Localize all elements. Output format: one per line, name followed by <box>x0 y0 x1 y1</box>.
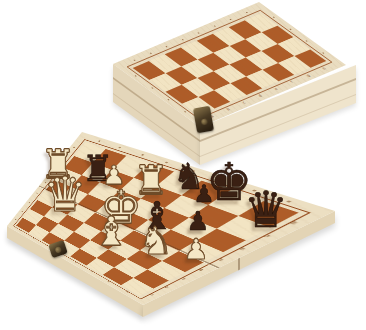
piece-white-pawn-h5[interactable]: ♟ <box>183 236 208 264</box>
rank-label: 6 <box>237 247 246 251</box>
border-dot <box>151 87 153 88</box>
border-dot <box>245 12 247 13</box>
border-dot <box>149 53 151 54</box>
piece-black-queen-h8[interactable]: ♛ <box>244 185 289 235</box>
file-label: a <box>19 230 22 233</box>
border-dot <box>306 40 308 41</box>
piece-white-queen-b4[interactable]: ♛ <box>43 170 86 218</box>
rank-label: 3 <box>179 277 186 280</box>
file-label: g <box>107 280 112 283</box>
lid-file-label: h <box>321 67 327 71</box>
border-dot <box>98 140 101 142</box>
border-dot <box>165 46 167 47</box>
border-dot <box>133 59 135 60</box>
border-dot <box>273 17 275 18</box>
border-dot <box>135 75 137 76</box>
file-label: b <box>32 237 35 240</box>
piece-white-knight-g4[interactable]: ♞ <box>139 222 173 260</box>
border-dot <box>119 147 122 149</box>
chess-set-scene: abcdefgh abcdefgh87654321 ♜♟♜♛♚♝♞♟♜♞♚♟♝♟… <box>0 0 366 330</box>
lid-file-label: d <box>257 94 263 98</box>
lid-file-label: f <box>290 81 295 84</box>
lid-file-label: g <box>305 74 311 78</box>
border-dot <box>141 154 144 156</box>
rank-label: 5 <box>216 258 224 262</box>
lid-file-label: c <box>242 101 247 104</box>
piece-white-bishop-e3[interactable]: ♝ <box>93 211 129 251</box>
lid-file-label: b <box>225 108 231 112</box>
border-dot <box>181 39 183 40</box>
border-dot <box>322 52 324 53</box>
border-dot <box>213 25 215 26</box>
rank-label: 1 <box>148 293 154 296</box>
border-dot <box>184 111 186 112</box>
border-dot <box>229 19 231 20</box>
file-label: f <box>90 271 93 273</box>
file-label: h <box>124 290 129 293</box>
file-label: e <box>74 261 78 264</box>
piece-black-pawn-f8[interactable]: ♟ <box>193 182 215 206</box>
border-dot <box>167 99 169 100</box>
rank-label: 2 <box>163 286 169 289</box>
border-dot <box>289 28 291 29</box>
fold-seam-edge <box>238 258 239 271</box>
border-dot <box>197 32 199 33</box>
rank-label: 4 <box>196 268 204 272</box>
piece-black-pawn-g6[interactable]: ♟ <box>186 208 209 234</box>
lid-file-label: e <box>274 87 280 90</box>
